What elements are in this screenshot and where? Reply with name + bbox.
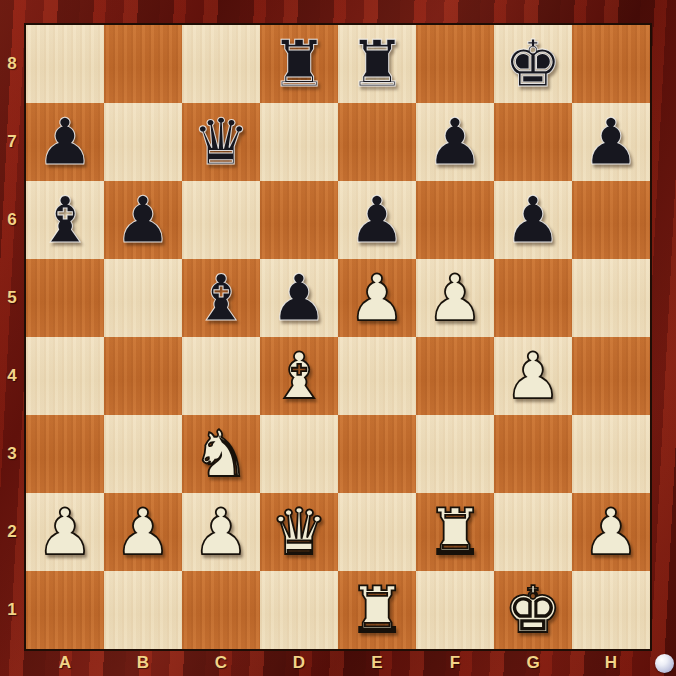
piece-white-pawn[interactable]: ♟ (504, 337, 561, 415)
square-f1[interactable] (416, 571, 494, 649)
file-label-b: B (104, 649, 182, 676)
square-h6[interactable] (572, 181, 650, 259)
square-f5[interactable]: ♟ (416, 259, 494, 337)
file-label-d: D (260, 649, 338, 676)
square-h8[interactable] (572, 25, 650, 103)
square-b5[interactable] (104, 259, 182, 337)
square-d7[interactable] (260, 103, 338, 181)
square-b4[interactable] (104, 337, 182, 415)
square-g4[interactable]: ♟ (494, 337, 572, 415)
chess-board: ♜♜♚♟♛♟♟♝♟♟♟♝♟♟♟♝♟♞♟♟♟♛♜♟♜♚ (24, 23, 652, 651)
piece-white-rook[interactable]: ♜ (348, 571, 405, 649)
square-c5[interactable]: ♝ (182, 259, 260, 337)
square-c6[interactable] (182, 181, 260, 259)
square-a3[interactable] (26, 415, 104, 493)
piece-white-king[interactable]: ♚ (504, 571, 561, 649)
square-a5[interactable] (26, 259, 104, 337)
rank-label-3: 3 (0, 415, 24, 493)
square-f4[interactable] (416, 337, 494, 415)
square-g8[interactable]: ♚ (494, 25, 572, 103)
rank-label-5: 5 (0, 259, 24, 337)
square-d5[interactable]: ♟ (260, 259, 338, 337)
square-h2[interactable]: ♟ (572, 493, 650, 571)
square-f2[interactable]: ♜ (416, 493, 494, 571)
piece-black-pawn[interactable]: ♟ (582, 103, 639, 181)
square-d6[interactable] (260, 181, 338, 259)
file-label-g: G (494, 649, 572, 676)
piece-white-pawn[interactable]: ♟ (36, 493, 93, 571)
file-label-f: F (416, 649, 494, 676)
square-h7[interactable]: ♟ (572, 103, 650, 181)
piece-white-pawn[interactable]: ♟ (192, 493, 249, 571)
piece-black-pawn[interactable]: ♟ (270, 259, 327, 337)
square-e7[interactable] (338, 103, 416, 181)
piece-black-pawn[interactable]: ♟ (426, 103, 483, 181)
square-g6[interactable]: ♟ (494, 181, 572, 259)
piece-black-pawn[interactable]: ♟ (114, 181, 171, 259)
piece-white-knight[interactable]: ♞ (192, 415, 249, 493)
square-e8[interactable]: ♜ (338, 25, 416, 103)
square-c8[interactable] (182, 25, 260, 103)
rank-label-4: 4 (0, 337, 24, 415)
piece-black-rook[interactable]: ♜ (348, 25, 405, 103)
square-d4[interactable]: ♝ (260, 337, 338, 415)
rank-label-2: 2 (0, 493, 24, 571)
piece-black-king[interactable]: ♚ (504, 25, 561, 103)
rank-label-7: 7 (0, 103, 24, 181)
square-a1[interactable] (26, 571, 104, 649)
piece-white-pawn[interactable]: ♟ (114, 493, 171, 571)
ball-watermark-icon (655, 654, 674, 673)
piece-black-pawn[interactable]: ♟ (504, 181, 561, 259)
square-h1[interactable] (572, 571, 650, 649)
chessboard-frame: ♜♜♚♟♛♟♟♝♟♟♟♝♟♟♟♝♟♞♟♟♟♛♜♟♜♚ 87654321 ABCD… (0, 0, 676, 676)
square-h5[interactable] (572, 259, 650, 337)
square-c4[interactable] (182, 337, 260, 415)
rank-label-8: 8 (0, 25, 24, 103)
square-d2[interactable]: ♛ (260, 493, 338, 571)
square-g2[interactable] (494, 493, 572, 571)
square-e6[interactable]: ♟ (338, 181, 416, 259)
piece-white-rook[interactable]: ♜ (426, 493, 483, 571)
rank-labels: 87654321 (0, 25, 24, 649)
piece-black-pawn[interactable]: ♟ (36, 103, 93, 181)
piece-white-bishop[interactable]: ♝ (270, 337, 327, 415)
square-a7[interactable]: ♟ (26, 103, 104, 181)
square-g5[interactable] (494, 259, 572, 337)
square-h4[interactable] (572, 337, 650, 415)
square-a8[interactable] (26, 25, 104, 103)
square-c2[interactable]: ♟ (182, 493, 260, 571)
square-a4[interactable] (26, 337, 104, 415)
square-f3[interactable] (416, 415, 494, 493)
rank-label-6: 6 (0, 181, 24, 259)
square-b2[interactable]: ♟ (104, 493, 182, 571)
square-g3[interactable] (494, 415, 572, 493)
square-b6[interactable]: ♟ (104, 181, 182, 259)
square-f8[interactable] (416, 25, 494, 103)
square-d3[interactable] (260, 415, 338, 493)
piece-black-pawn[interactable]: ♟ (348, 181, 405, 259)
square-c7[interactable]: ♛ (182, 103, 260, 181)
file-labels: ABCDEFGH (26, 649, 650, 676)
square-e1[interactable]: ♜ (338, 571, 416, 649)
file-label-a: A (26, 649, 104, 676)
piece-white-queen[interactable]: ♛ (270, 493, 327, 571)
square-a2[interactable]: ♟ (26, 493, 104, 571)
square-f7[interactable]: ♟ (416, 103, 494, 181)
file-label-c: C (182, 649, 260, 676)
piece-black-bishop[interactable]: ♝ (36, 181, 93, 259)
square-b3[interactable] (104, 415, 182, 493)
file-label-e: E (338, 649, 416, 676)
piece-black-queen[interactable]: ♛ (192, 103, 249, 181)
piece-black-bishop[interactable]: ♝ (192, 259, 249, 337)
rank-label-1: 1 (0, 571, 24, 649)
square-c1[interactable] (182, 571, 260, 649)
square-e2[interactable] (338, 493, 416, 571)
square-g7[interactable] (494, 103, 572, 181)
square-a6[interactable]: ♝ (26, 181, 104, 259)
piece-black-rook[interactable]: ♜ (270, 25, 327, 103)
square-b1[interactable] (104, 571, 182, 649)
square-d1[interactable] (260, 571, 338, 649)
file-label-h: H (572, 649, 650, 676)
square-e4[interactable] (338, 337, 416, 415)
square-b8[interactable] (104, 25, 182, 103)
piece-white-pawn[interactable]: ♟ (582, 493, 639, 571)
square-e3[interactable] (338, 415, 416, 493)
square-h3[interactable] (572, 415, 650, 493)
square-d8[interactable]: ♜ (260, 25, 338, 103)
piece-white-pawn[interactable]: ♟ (426, 259, 483, 337)
square-f6[interactable] (416, 181, 494, 259)
square-b7[interactable] (104, 103, 182, 181)
piece-white-pawn[interactable]: ♟ (348, 259, 405, 337)
square-e5[interactable]: ♟ (338, 259, 416, 337)
square-c3[interactable]: ♞ (182, 415, 260, 493)
square-g1[interactable]: ♚ (494, 571, 572, 649)
